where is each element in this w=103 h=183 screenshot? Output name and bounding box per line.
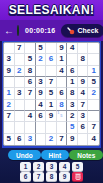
cell-r7c5[interactable]: 9 [46, 111, 57, 122]
keypad-key-3[interactable]: 3 [46, 162, 57, 171]
cell-r6c4[interactable]: 4 [36, 100, 47, 111]
cell-r9c8[interactable] [78, 134, 89, 145]
cell-r3c7[interactable]: 6 [67, 66, 78, 77]
cell-r9c5[interactable]: 2 [46, 134, 57, 145]
cell-r3c4[interactable] [36, 66, 47, 77]
banner-title: SELESAIKAN! [9, 3, 95, 17]
keypad-key-9[interactable]: 9 [59, 172, 70, 181]
cell-r5c3[interactable]: 7 [25, 88, 36, 99]
cell-r7c4[interactable]: 6 [36, 111, 47, 122]
header-bar: ← 00:00:16 Check [0, 20, 103, 41]
cell-r9c7[interactable]: 9 [67, 134, 78, 145]
cell-r1c8[interactable] [78, 43, 89, 54]
keypad-row-2: 6789 [20, 172, 83, 181]
undo-button[interactable]: Undo [8, 150, 41, 160]
cell-r7c3[interactable]: 4 [25, 111, 36, 122]
cell-r5c9[interactable]: 2 [88, 88, 99, 99]
cell-r1c2[interactable]: 7 [15, 43, 26, 54]
cell-r2c9[interactable] [88, 54, 99, 65]
cell-r3c1[interactable]: 9 [4, 66, 15, 77]
cell-r6c3[interactable] [25, 100, 36, 111]
cell-r8c8[interactable]: 6 [78, 122, 89, 133]
cell-r6c8[interactable]: 7 [78, 100, 89, 111]
cell-r4c2[interactable] [15, 77, 26, 88]
cell-r3c9[interactable]: 1 [88, 66, 99, 77]
cell-r5c6[interactable]: 6 [57, 88, 68, 99]
cell-r3c6[interactable]: 4 [57, 66, 68, 77]
check-label: Check [77, 27, 98, 34]
delete-key[interactable] [72, 172, 83, 181]
cell-r1c3[interactable] [25, 43, 36, 54]
cell-r6c1[interactable]: 2 [4, 100, 15, 111]
cell-r4c3[interactable]: 6 [25, 77, 36, 88]
cell-r2c3[interactable]: 5 [25, 54, 36, 65]
board-area: 7594352618928461637195137956842241837746… [0, 41, 103, 148]
hint-button[interactable]: Hint [41, 150, 70, 160]
cell-r3c2[interactable]: 2 [15, 66, 26, 77]
cell-r9c9[interactable]: 4 [88, 134, 99, 145]
cell-r9c4[interactable] [36, 134, 47, 145]
cell-r8c3[interactable] [25, 122, 36, 133]
cell-r7c6[interactable]: 15 [57, 111, 68, 122]
keypad-key-6[interactable]: 6 [20, 172, 31, 181]
cell-r4c1[interactable] [4, 77, 15, 88]
cell-r9c1[interactable]: 5 [4, 134, 15, 145]
cell-r2c7[interactable] [67, 54, 78, 65]
cell-r7c1[interactable]: 7 [4, 111, 15, 122]
cell-r4c7[interactable]: 1 [67, 77, 78, 88]
cell-r1c9[interactable] [88, 43, 99, 54]
banner: SELESAIKAN! [0, 0, 103, 20]
cell-r3c3[interactable]: 8 [25, 66, 36, 77]
notes-button[interactable]: Notes [69, 150, 103, 160]
keypad-key-2[interactable]: 2 [33, 162, 44, 171]
cell-r4c9[interactable]: 5 [88, 77, 99, 88]
toolbar: Undo Hint Notes [0, 150, 103, 160]
cell-r4c5[interactable]: 7 [46, 77, 57, 88]
keypad-row-1: 12345 [20, 162, 83, 171]
cell-r7c7[interactable]: 2 [67, 111, 78, 122]
cell-r1c7[interactable]: 4 [67, 43, 78, 54]
timer: 00:00:16 [25, 27, 55, 34]
cell-r9c3[interactable]: 3 [25, 134, 36, 145]
cell-r6c7[interactable]: 3 [67, 100, 78, 111]
cell-r5c4[interactable]: 9 [36, 88, 47, 99]
cell-r6c5[interactable]: 1 [46, 100, 57, 111]
cell-r1c4[interactable]: 5 [36, 43, 47, 54]
cell-r7c2[interactable] [15, 111, 26, 122]
cell-r2c1[interactable]: 3 [4, 54, 15, 65]
cell-r2c8[interactable]: 8 [78, 54, 89, 65]
cell-r3c8[interactable] [78, 66, 89, 77]
cell-r8c7[interactable]: 5 [67, 122, 78, 133]
cell-r8c5[interactable] [46, 122, 57, 133]
sudoku-board[interactable]: 7594352618928461637195137956842241837746… [3, 42, 100, 146]
cell-r3c5[interactable] [46, 66, 57, 77]
bottom-panel: Undo Hint Notes 123456789 [0, 148, 103, 183]
cell-r1c6[interactable]: 9 [57, 43, 68, 54]
ball-icon [17, 25, 19, 36]
keypad-key-7[interactable]: 7 [33, 172, 44, 181]
keypad-key-8[interactable]: 8 [46, 172, 57, 181]
cell-r4c4[interactable]: 3 [36, 77, 47, 88]
cell-r2c2[interactable] [15, 54, 26, 65]
magnifier-icon [67, 27, 75, 35]
keypad: 123456789 [0, 162, 103, 181]
cell-r2c6[interactable]: 1 [57, 54, 68, 65]
cell-r9c2[interactable]: 6 [15, 134, 26, 145]
cell-r7c9[interactable] [88, 111, 99, 122]
cell-r8c6[interactable] [57, 122, 68, 133]
cell-r6c9[interactable] [88, 100, 99, 111]
cell-r5c5[interactable]: 5 [46, 88, 57, 99]
cell-r5c8[interactable]: 4 [78, 88, 89, 99]
cell-r1c1[interactable] [4, 43, 15, 54]
keypad-key-5[interactable]: 5 [72, 162, 83, 171]
note-digit: 5 [60, 114, 63, 117]
cell-r5c1[interactable]: 1 [4, 88, 15, 99]
cell-r2c4[interactable]: 2 [36, 54, 47, 65]
cell-r6c2[interactable] [15, 100, 26, 111]
keypad-key-1[interactable]: 1 [20, 162, 31, 171]
cell-r8c2[interactable] [15, 122, 26, 133]
cell-r5c2[interactable]: 3 [15, 88, 26, 99]
cell-r8c9[interactable]: 7 [88, 122, 99, 133]
cell-r8c1[interactable] [4, 122, 15, 133]
cell-r4c8[interactable]: 9 [78, 77, 89, 88]
cell-r7c8[interactable]: 3 [78, 111, 89, 122]
trash-icon [75, 173, 81, 180]
cell-r2c5[interactable]: 6 [46, 54, 57, 65]
cell-r9c6[interactable]: 7 [57, 134, 68, 145]
cell-r8c4[interactable] [36, 122, 47, 133]
check-button[interactable]: Check [61, 24, 103, 37]
cell-r4c6[interactable] [57, 77, 68, 88]
back-icon[interactable]: ← [4, 26, 14, 36]
cell-r1c5[interactable] [46, 43, 57, 54]
keypad-key-4[interactable]: 4 [59, 162, 70, 171]
cell-r5c7[interactable]: 8 [67, 88, 78, 99]
